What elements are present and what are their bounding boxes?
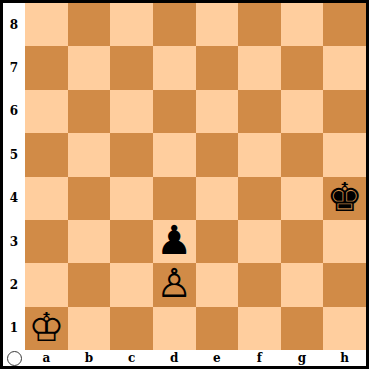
square-a7[interactable]: [25, 46, 68, 89]
square-f7[interactable]: [238, 46, 281, 89]
file-label-e: e: [196, 350, 239, 366]
square-d8[interactable]: [153, 3, 196, 46]
square-a8[interactable]: [25, 3, 68, 46]
square-c6[interactable]: [110, 90, 153, 133]
square-d2[interactable]: ♙: [153, 263, 196, 306]
square-f2[interactable]: [238, 263, 281, 306]
square-b1[interactable]: [68, 307, 111, 350]
file-label-c: c: [110, 350, 153, 366]
square-f3[interactable]: [238, 220, 281, 263]
square-h1[interactable]: [323, 307, 366, 350]
side-to-move-cell: [3, 350, 25, 366]
square-g5[interactable]: [281, 133, 324, 176]
square-c1[interactable]: [110, 307, 153, 350]
square-d4[interactable]: [153, 177, 196, 220]
square-h4[interactable]: ♚: [323, 177, 366, 220]
square-g1[interactable]: [281, 307, 324, 350]
square-d6[interactable]: [153, 90, 196, 133]
rank-label-2: 2: [3, 263, 25, 306]
square-g3[interactable]: [281, 220, 324, 263]
file-label-d: d: [153, 350, 196, 366]
square-e7[interactable]: [196, 46, 239, 89]
file-label-f: f: [238, 350, 281, 366]
square-c2[interactable]: [110, 263, 153, 306]
square-e3[interactable]: [196, 220, 239, 263]
square-b8[interactable]: [68, 3, 111, 46]
square-f5[interactable]: [238, 133, 281, 176]
file-label-a: a: [25, 350, 68, 366]
square-h7[interactable]: [323, 46, 366, 89]
white-king: ♔: [28, 306, 64, 349]
file-label-b: b: [68, 350, 111, 366]
black-king: ♚: [327, 176, 363, 219]
square-b4[interactable]: [68, 177, 111, 220]
square-f4[interactable]: [238, 177, 281, 220]
rank-label-5: 5: [3, 133, 25, 176]
square-g8[interactable]: [281, 3, 324, 46]
square-e4[interactable]: [196, 177, 239, 220]
square-b2[interactable]: [68, 263, 111, 306]
white-to-move-indicator: [7, 351, 22, 366]
square-h5[interactable]: [323, 133, 366, 176]
square-f8[interactable]: [238, 3, 281, 46]
square-a2[interactable]: [25, 263, 68, 306]
rank-label-1: 1: [3, 307, 25, 350]
square-g4[interactable]: [281, 177, 324, 220]
file-label-g: g: [281, 350, 324, 366]
rank-label-6: 6: [3, 90, 25, 133]
square-g6[interactable]: [281, 90, 324, 133]
chess-board: 87654♚3♟2♙1♔abcdefgh: [3, 3, 366, 366]
square-c7[interactable]: [110, 46, 153, 89]
square-b6[interactable]: [68, 90, 111, 133]
square-a3[interactable]: [25, 220, 68, 263]
file-label-h: h: [323, 350, 366, 366]
square-a5[interactable]: [25, 133, 68, 176]
square-f1[interactable]: [238, 307, 281, 350]
square-b7[interactable]: [68, 46, 111, 89]
square-e2[interactable]: [196, 263, 239, 306]
square-d3[interactable]: ♟: [153, 220, 196, 263]
square-h6[interactable]: [323, 90, 366, 133]
square-g2[interactable]: [281, 263, 324, 306]
square-e5[interactable]: [196, 133, 239, 176]
square-a4[interactable]: [25, 177, 68, 220]
square-d7[interactable]: [153, 46, 196, 89]
square-c5[interactable]: [110, 133, 153, 176]
square-h2[interactable]: [323, 263, 366, 306]
square-b5[interactable]: [68, 133, 111, 176]
square-a6[interactable]: [25, 90, 68, 133]
square-e6[interactable]: [196, 90, 239, 133]
chess-diagram: 87654♚3♟2♙1♔abcdefgh: [0, 0, 369, 369]
square-d1[interactable]: [153, 307, 196, 350]
square-c4[interactable]: [110, 177, 153, 220]
square-f6[interactable]: [238, 90, 281, 133]
square-c8[interactable]: [110, 3, 153, 46]
square-g7[interactable]: [281, 46, 324, 89]
rank-label-7: 7: [3, 46, 25, 89]
square-h3[interactable]: [323, 220, 366, 263]
square-c3[interactable]: [110, 220, 153, 263]
rank-label-3: 3: [3, 220, 25, 263]
square-a1[interactable]: ♔: [25, 307, 68, 350]
white-pawn: ♙: [156, 262, 192, 305]
square-b3[interactable]: [68, 220, 111, 263]
rank-label-8: 8: [3, 3, 25, 46]
square-e8[interactable]: [196, 3, 239, 46]
square-e1[interactable]: [196, 307, 239, 350]
rank-label-4: 4: [3, 177, 25, 220]
square-d5[interactable]: [153, 133, 196, 176]
square-h8[interactable]: [323, 3, 366, 46]
black-pawn: ♟: [156, 219, 192, 262]
